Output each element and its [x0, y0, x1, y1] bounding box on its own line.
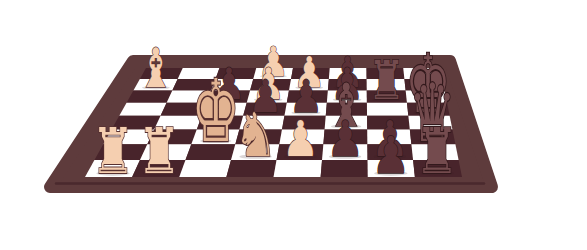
piece-light-bishop-a7: ♝: [138, 37, 174, 100]
piece-light-rook-b1: ♜: [137, 115, 181, 188]
piece-dark-pawn-f2: ♟: [327, 110, 364, 168]
piece-light-knight-d2: ♞: [234, 100, 277, 171]
piece-light-rook-a1: ♜: [91, 115, 135, 188]
square-c1: [179, 160, 231, 177]
chess-board-illustration: ♟♝♟♟♟♟♟♜♟♟♚♝♚♛♞♟♟♟♜♜♟♜: [0, 0, 587, 250]
illustration-canvas: ♟♝♟♟♟♟♟♜♟♟♚♝♚♛♞♟♟♟♜♜♟♜: [0, 0, 587, 250]
piece-light-king-c3: ♚: [191, 60, 240, 161]
piece-light-pawn-e2: ♟: [282, 110, 319, 168]
piece-dark-rook-g6: ♜: [368, 49, 405, 112]
piece-dark-pawn-g1: ♟: [372, 125, 410, 185]
piece-dark-rook-h1: ♜: [415, 115, 459, 188]
